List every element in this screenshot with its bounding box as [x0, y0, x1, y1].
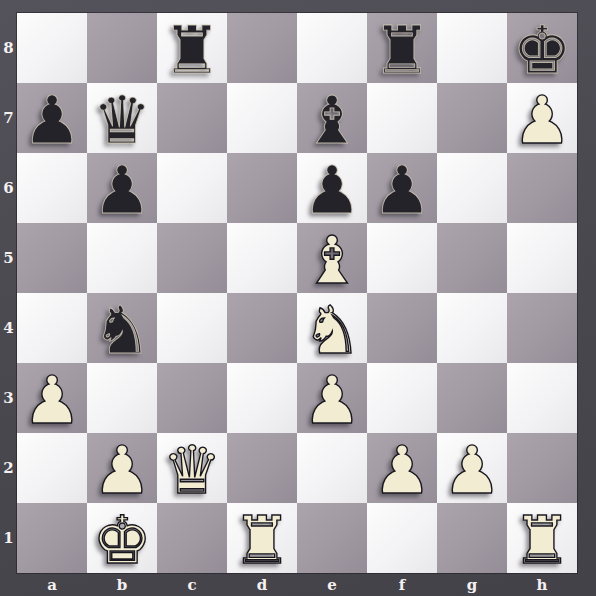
square-b2[interactable]: ♟ — [87, 433, 157, 503]
piece-white-bishop[interactable]: ♝ — [302, 228, 361, 294]
piece-black-pawn[interactable]: ♟ — [22, 88, 81, 154]
square-c4[interactable] — [157, 293, 227, 363]
file-label-g: g — [437, 573, 507, 596]
file-label-c: c — [157, 573, 227, 596]
square-b5[interactable] — [87, 223, 157, 293]
rank-label-6: 6 — [0, 153, 17, 223]
piece-black-rook[interactable]: ♜ — [372, 18, 431, 84]
square-g2[interactable]: ♟ — [437, 433, 507, 503]
piece-black-queen[interactable]: ♛ — [92, 88, 151, 154]
square-a5[interactable] — [17, 223, 87, 293]
square-h4[interactable] — [507, 293, 577, 363]
file-labels: abcdefgh — [17, 573, 577, 596]
square-d4[interactable] — [227, 293, 297, 363]
square-d2[interactable] — [227, 433, 297, 503]
square-f6[interactable]: ♟ — [367, 153, 437, 223]
square-b1[interactable]: ♚ — [87, 503, 157, 573]
square-a1[interactable] — [17, 503, 87, 573]
square-h8[interactable]: ♚ — [507, 13, 577, 83]
square-g6[interactable] — [437, 153, 507, 223]
rank-label-7: 7 — [0, 83, 17, 153]
piece-black-knight[interactable]: ♞ — [92, 298, 151, 364]
file-label-e: e — [297, 573, 367, 596]
piece-white-pawn[interactable]: ♟ — [92, 438, 151, 504]
square-e1[interactable] — [297, 503, 367, 573]
square-f5[interactable] — [367, 223, 437, 293]
square-g8[interactable] — [437, 13, 507, 83]
piece-white-pawn[interactable]: ♟ — [302, 368, 361, 434]
square-h7[interactable]: ♟ — [507, 83, 577, 153]
square-g1[interactable] — [437, 503, 507, 573]
square-c3[interactable] — [157, 363, 227, 433]
file-label-h: h — [507, 573, 577, 596]
chess-board: ♜♜♚♟♛♝♟♟♟♟♝♞♞♟♟♟♛♟♟♚♜♜ — [17, 13, 577, 573]
square-e8[interactable] — [297, 13, 367, 83]
rank-label-8: 8 — [0, 13, 17, 83]
piece-white-rook[interactable]: ♜ — [512, 508, 571, 574]
square-h6[interactable] — [507, 153, 577, 223]
square-h5[interactable] — [507, 223, 577, 293]
piece-white-rook[interactable]: ♜ — [232, 508, 291, 574]
piece-white-pawn[interactable]: ♟ — [372, 438, 431, 504]
square-c2[interactable]: ♛ — [157, 433, 227, 503]
square-b8[interactable] — [87, 13, 157, 83]
square-f7[interactable] — [367, 83, 437, 153]
square-a8[interactable] — [17, 13, 87, 83]
square-b4[interactable]: ♞ — [87, 293, 157, 363]
square-g5[interactable] — [437, 223, 507, 293]
piece-white-king[interactable]: ♚ — [92, 508, 151, 574]
rank-label-4: 4 — [0, 293, 17, 363]
square-f3[interactable] — [367, 363, 437, 433]
square-e2[interactable] — [297, 433, 367, 503]
square-e6[interactable]: ♟ — [297, 153, 367, 223]
square-a6[interactable] — [17, 153, 87, 223]
square-a2[interactable] — [17, 433, 87, 503]
file-label-a: a — [17, 573, 87, 596]
square-f2[interactable]: ♟ — [367, 433, 437, 503]
square-a4[interactable] — [17, 293, 87, 363]
rank-label-2: 2 — [0, 433, 17, 503]
piece-white-queen[interactable]: ♛ — [162, 438, 221, 504]
square-c7[interactable] — [157, 83, 227, 153]
piece-white-pawn[interactable]: ♟ — [512, 88, 571, 154]
square-e5[interactable]: ♝ — [297, 223, 367, 293]
rank-labels: 87654321 — [0, 13, 17, 573]
square-b7[interactable]: ♛ — [87, 83, 157, 153]
square-b3[interactable] — [87, 363, 157, 433]
square-d7[interactable] — [227, 83, 297, 153]
square-b6[interactable]: ♟ — [87, 153, 157, 223]
square-g3[interactable] — [437, 363, 507, 433]
square-a7[interactable]: ♟ — [17, 83, 87, 153]
square-d3[interactable] — [227, 363, 297, 433]
piece-black-pawn[interactable]: ♟ — [302, 158, 361, 224]
rank-label-3: 3 — [0, 363, 17, 433]
square-a3[interactable]: ♟ — [17, 363, 87, 433]
square-g4[interactable] — [437, 293, 507, 363]
square-c6[interactable] — [157, 153, 227, 223]
piece-white-pawn[interactable]: ♟ — [442, 438, 501, 504]
square-h2[interactable] — [507, 433, 577, 503]
file-label-d: d — [227, 573, 297, 596]
square-f1[interactable] — [367, 503, 437, 573]
piece-white-knight[interactable]: ♞ — [302, 298, 361, 364]
square-d5[interactable] — [227, 223, 297, 293]
square-h1[interactable]: ♜ — [507, 503, 577, 573]
piece-black-pawn[interactable]: ♟ — [92, 158, 151, 224]
board-frame: 87654321 ♜♜♚♟♛♝♟♟♟♟♝♞♞♟♟♟♛♟♟♚♜♜ abcdefgh — [0, 0, 596, 596]
square-e4[interactable]: ♞ — [297, 293, 367, 363]
square-d6[interactable] — [227, 153, 297, 223]
rank-label-5: 5 — [0, 223, 17, 293]
file-label-f: f — [367, 573, 437, 596]
square-f8[interactable]: ♜ — [367, 13, 437, 83]
square-d1[interactable]: ♜ — [227, 503, 297, 573]
square-e3[interactable]: ♟ — [297, 363, 367, 433]
piece-black-king[interactable]: ♚ — [512, 18, 571, 84]
square-e7[interactable]: ♝ — [297, 83, 367, 153]
square-f4[interactable] — [367, 293, 437, 363]
square-c1[interactable] — [157, 503, 227, 573]
piece-black-pawn[interactable]: ♟ — [372, 158, 431, 224]
rank-label-1: 1 — [0, 503, 17, 573]
piece-white-pawn[interactable]: ♟ — [22, 368, 81, 434]
square-c5[interactable] — [157, 223, 227, 293]
square-d8[interactable] — [227, 13, 297, 83]
file-label-b: b — [87, 573, 157, 596]
piece-black-rook[interactable]: ♜ — [162, 18, 221, 84]
square-g7[interactable] — [437, 83, 507, 153]
square-h3[interactable] — [507, 363, 577, 433]
piece-black-bishop[interactable]: ♝ — [302, 88, 361, 154]
square-c8[interactable]: ♜ — [157, 13, 227, 83]
